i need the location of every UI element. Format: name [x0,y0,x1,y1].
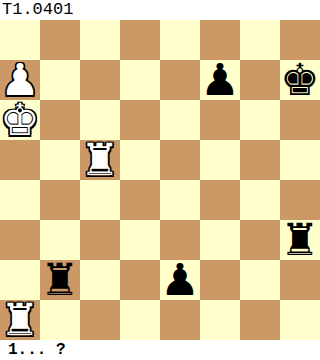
square-c5[interactable]: ♜ [80,140,120,180]
puzzle-title: T1.0401 [0,0,320,20]
square-c4[interactable] [80,180,120,220]
square-f6[interactable] [200,100,240,140]
square-h7[interactable]: ♚ [280,60,320,100]
square-b8[interactable] [40,20,80,60]
square-d4[interactable] [120,180,160,220]
black-pawn[interactable]: ♟ [160,260,199,300]
square-d6[interactable] [120,100,160,140]
square-c2[interactable] [80,260,120,300]
square-f5[interactable] [200,140,240,180]
square-g8[interactable] [240,20,280,60]
square-g7[interactable] [240,60,280,100]
black-rook[interactable]: ♜ [280,220,319,260]
square-g1[interactable] [240,300,280,340]
square-d3[interactable] [120,220,160,260]
square-d1[interactable] [120,300,160,340]
square-a1[interactable]: ♜ [0,300,40,340]
black-rook[interactable]: ♜ [40,260,79,300]
square-e4[interactable] [160,180,200,220]
white-rook[interactable]: ♜ [80,140,119,180]
square-f4[interactable] [200,180,240,220]
square-g2[interactable] [240,260,280,300]
black-king[interactable]: ♚ [280,60,319,100]
square-b4[interactable] [40,180,80,220]
chess-board: ♟♟♚♚♜♜♜♟♜ [0,20,320,340]
square-h3[interactable]: ♜ [280,220,320,260]
square-e1[interactable] [160,300,200,340]
square-f2[interactable] [200,260,240,300]
square-e7[interactable] [160,60,200,100]
square-d5[interactable] [120,140,160,180]
square-c7[interactable] [80,60,120,100]
square-h2[interactable] [280,260,320,300]
square-h1[interactable] [280,300,320,340]
square-b7[interactable] [40,60,80,100]
square-a5[interactable] [0,140,40,180]
square-c3[interactable] [80,220,120,260]
square-h6[interactable] [280,100,320,140]
square-a3[interactable] [0,220,40,260]
square-e6[interactable] [160,100,200,140]
square-a4[interactable] [0,180,40,220]
square-c1[interactable] [80,300,120,340]
square-h5[interactable] [280,140,320,180]
square-e5[interactable] [160,140,200,180]
square-a6[interactable]: ♚ [0,100,40,140]
square-g3[interactable] [240,220,280,260]
square-e8[interactable] [160,20,200,60]
square-d2[interactable] [120,260,160,300]
square-b1[interactable] [40,300,80,340]
square-f7[interactable]: ♟ [200,60,240,100]
square-c8[interactable] [80,20,120,60]
square-b5[interactable] [40,140,80,180]
white-king[interactable]: ♚ [0,100,39,140]
square-d8[interactable] [120,20,160,60]
square-b2[interactable]: ♜ [40,260,80,300]
square-b6[interactable] [40,100,80,140]
square-g5[interactable] [240,140,280,180]
black-pawn[interactable]: ♟ [200,60,239,100]
square-f1[interactable] [200,300,240,340]
square-e2[interactable]: ♟ [160,260,200,300]
square-g4[interactable] [240,180,280,220]
white-rook[interactable]: ♜ [0,300,39,340]
square-d7[interactable] [120,60,160,100]
square-f3[interactable] [200,220,240,260]
move-prompt: 1... ? [0,340,320,360]
square-g6[interactable] [240,100,280,140]
